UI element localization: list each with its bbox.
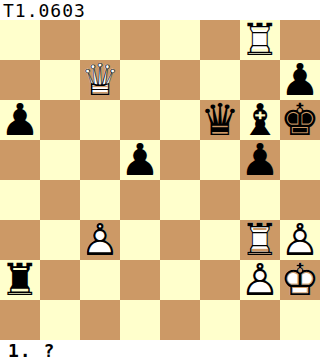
square-b4[interactable] bbox=[40, 180, 80, 220]
square-d3[interactable] bbox=[120, 220, 160, 260]
square-d4[interactable] bbox=[120, 180, 160, 220]
square-e8[interactable] bbox=[160, 20, 200, 60]
square-e1[interactable] bbox=[160, 300, 200, 340]
square-c7[interactable]: ♛♕ bbox=[80, 60, 120, 100]
square-b7[interactable] bbox=[40, 60, 80, 100]
square-a6[interactable]: ♟ bbox=[0, 100, 40, 140]
black-piece-icon: ♛ bbox=[200, 100, 240, 140]
black-queen-f6[interactable]: ♛ bbox=[200, 100, 240, 140]
square-f8[interactable] bbox=[200, 20, 240, 60]
puzzle-footer: 1. ? bbox=[0, 340, 320, 360]
square-a8[interactable] bbox=[0, 20, 40, 60]
black-piece-icon: ♚ bbox=[280, 100, 320, 140]
square-c1[interactable] bbox=[80, 300, 120, 340]
square-b2[interactable] bbox=[40, 260, 80, 300]
square-c3[interactable]: ♟♙ bbox=[80, 220, 120, 260]
black-rook-a2[interactable]: ♜ bbox=[0, 260, 40, 300]
white-piece-outline-icon: ♖ bbox=[240, 20, 280, 60]
black-piece-icon: ♟ bbox=[240, 140, 280, 180]
black-piece-icon: ♜ bbox=[0, 260, 40, 300]
chess-board: ♜♖♛♕♟♟♛♝♚♟♟♟♙♜♖♟♙♜♟♙♚♔ bbox=[0, 20, 320, 340]
puzzle-title: T1.0603 bbox=[3, 0, 86, 21]
square-b5[interactable] bbox=[40, 140, 80, 180]
square-b1[interactable] bbox=[40, 300, 80, 340]
white-pawn-g2[interactable]: ♟♙ bbox=[240, 260, 280, 300]
white-piece-outline-icon: ♙ bbox=[240, 260, 280, 300]
square-a2[interactable]: ♜ bbox=[0, 260, 40, 300]
square-b8[interactable] bbox=[40, 20, 80, 60]
square-f3[interactable] bbox=[200, 220, 240, 260]
square-d2[interactable] bbox=[120, 260, 160, 300]
square-a1[interactable] bbox=[0, 300, 40, 340]
black-pawn-d5[interactable]: ♟ bbox=[120, 140, 160, 180]
white-queen-c7[interactable]: ♛♕ bbox=[80, 60, 120, 100]
square-h5[interactable] bbox=[280, 140, 320, 180]
black-pawn-g5[interactable]: ♟ bbox=[240, 140, 280, 180]
square-h6[interactable]: ♚ bbox=[280, 100, 320, 140]
square-g8[interactable]: ♜♖ bbox=[240, 20, 280, 60]
square-c5[interactable] bbox=[80, 140, 120, 180]
black-pawn-a6[interactable]: ♟ bbox=[0, 100, 40, 140]
white-king-h2[interactable]: ♚♔ bbox=[280, 260, 320, 300]
square-e3[interactable] bbox=[160, 220, 200, 260]
white-piece-outline-icon: ♙ bbox=[80, 220, 120, 260]
square-e7[interactable] bbox=[160, 60, 200, 100]
square-a5[interactable] bbox=[0, 140, 40, 180]
black-piece-icon: ♟ bbox=[120, 140, 160, 180]
black-piece-icon: ♟ bbox=[0, 100, 40, 140]
square-d5[interactable]: ♟ bbox=[120, 140, 160, 180]
square-f1[interactable] bbox=[200, 300, 240, 340]
square-d8[interactable] bbox=[120, 20, 160, 60]
square-d7[interactable] bbox=[120, 60, 160, 100]
white-piece-outline-icon: ♕ bbox=[80, 60, 120, 100]
square-e5[interactable] bbox=[160, 140, 200, 180]
square-c2[interactable] bbox=[80, 260, 120, 300]
square-e4[interactable] bbox=[160, 180, 200, 220]
white-pawn-c3[interactable]: ♟♙ bbox=[80, 220, 120, 260]
white-piece-outline-icon: ♔ bbox=[280, 260, 320, 300]
square-f6[interactable]: ♛ bbox=[200, 100, 240, 140]
square-h2[interactable]: ♚♔ bbox=[280, 260, 320, 300]
black-king-h6[interactable]: ♚ bbox=[280, 100, 320, 140]
square-f4[interactable] bbox=[200, 180, 240, 220]
square-d1[interactable] bbox=[120, 300, 160, 340]
square-e2[interactable] bbox=[160, 260, 200, 300]
square-b3[interactable] bbox=[40, 220, 80, 260]
square-b6[interactable] bbox=[40, 100, 80, 140]
square-a4[interactable] bbox=[0, 180, 40, 220]
square-g1[interactable] bbox=[240, 300, 280, 340]
square-h1[interactable] bbox=[280, 300, 320, 340]
square-g5[interactable]: ♟ bbox=[240, 140, 280, 180]
move-prompt: 1. ? bbox=[8, 340, 55, 360]
square-f2[interactable] bbox=[200, 260, 240, 300]
square-e6[interactable] bbox=[160, 100, 200, 140]
white-rook-g8[interactable]: ♜♖ bbox=[240, 20, 280, 60]
square-f5[interactable] bbox=[200, 140, 240, 180]
square-c6[interactable] bbox=[80, 100, 120, 140]
square-g2[interactable]: ♟♙ bbox=[240, 260, 280, 300]
